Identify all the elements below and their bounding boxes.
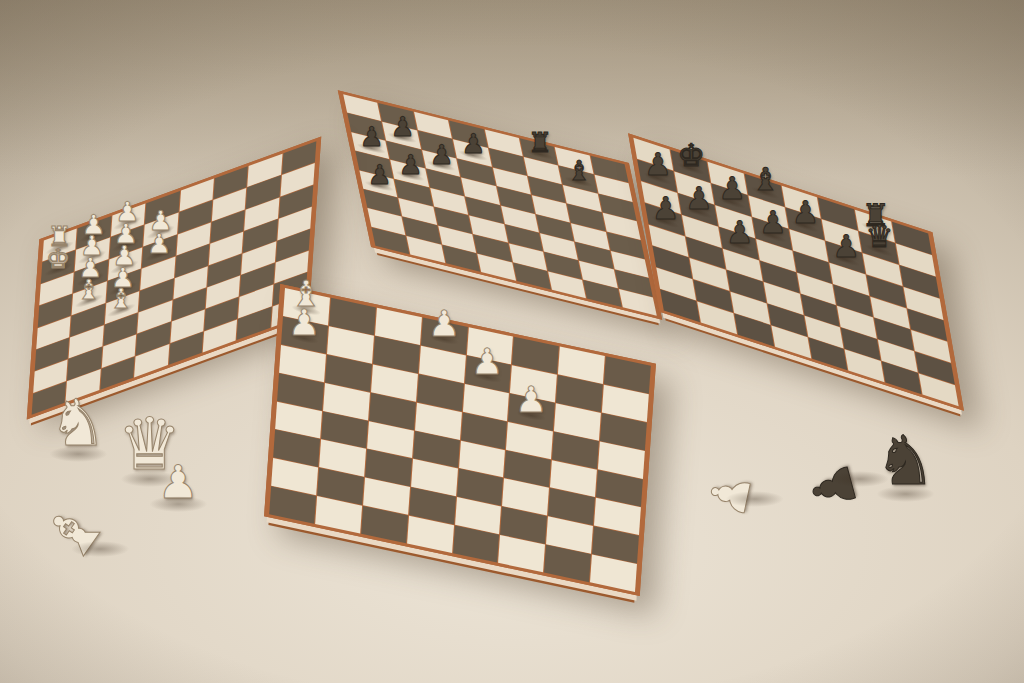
offboard-piece-bN[interactable]: ♞ bbox=[875, 427, 936, 495]
board-right: ♚♝♜♟♟♟♛♟♟♟♟♟ bbox=[628, 133, 964, 410]
offboard-piece-glyph: ♟ bbox=[701, 468, 759, 522]
offboard-piece-glyph: ♞ bbox=[875, 427, 936, 495]
board-middle: ♜♟♟♝♟♟♟♟ bbox=[338, 90, 662, 319]
offboard-piece-wP[interactable]: ♟ bbox=[158, 459, 199, 505]
board-front: ♝♟♟♟♟ bbox=[264, 284, 656, 596]
offboard-piece-glyph: ♟ bbox=[158, 459, 199, 505]
offboard-piece-wP[interactable]: ♟ bbox=[732, 450, 777, 500]
offboard-piece-wB[interactable]: ♝ bbox=[73, 488, 129, 550]
photo-scene: ♜♟♟♝♟♟♟♟ ♜♟♟♚♟♟♟♟♟♟♝♟♝ ♚♝♜♟♟♟♛♟♟♟♟♟ ♝♟♟♟… bbox=[0, 0, 1024, 683]
offboard-piece-glyph: ♟ bbox=[802, 457, 867, 518]
offboard-piece-wN[interactable]: ♞ bbox=[49, 391, 106, 455]
offboard-piece-glyph: ♞ bbox=[49, 391, 106, 455]
offboard-piece-glyph: ♝ bbox=[34, 491, 117, 572]
